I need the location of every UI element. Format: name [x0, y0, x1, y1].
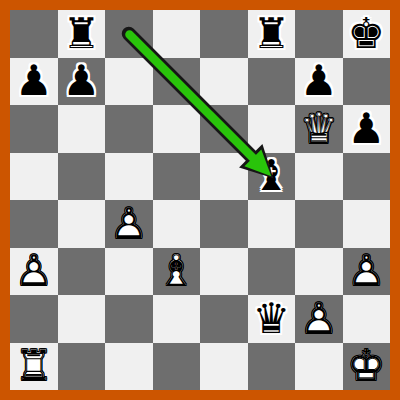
- pawn-glyph: ♟: [58, 58, 106, 106]
- square-c1[interactable]: [105, 343, 153, 391]
- square-h2[interactable]: [343, 295, 391, 343]
- chess-board[interactable]: ♜♜♚♟♟♟♛♕♟♝♟♙♟♙♝♗♟♙♛♟♙♜♖♚♔: [10, 10, 390, 390]
- white-pawn[interactable]: ♟♙: [105, 200, 153, 248]
- square-g6[interactable]: ♛♕: [295, 105, 343, 153]
- square-e4[interactable]: [200, 200, 248, 248]
- square-g7[interactable]: ♟: [295, 58, 343, 106]
- board-frame: ♜♜♚♟♟♟♛♕♟♝♟♙♟♙♝♗♟♙♛♟♙♜♖♚♔: [0, 0, 400, 400]
- square-b1[interactable]: [58, 343, 106, 391]
- king-outline-glyph: ♔: [343, 343, 391, 391]
- pawn-glyph: ♟: [295, 58, 343, 106]
- square-f5[interactable]: ♝: [248, 153, 296, 201]
- square-f1[interactable]: [248, 343, 296, 391]
- square-g2[interactable]: ♟♙: [295, 295, 343, 343]
- square-f7[interactable]: [248, 58, 296, 106]
- square-a6[interactable]: [10, 105, 58, 153]
- square-d5[interactable]: [153, 153, 201, 201]
- white-pawn[interactable]: ♟♙: [343, 248, 391, 296]
- square-b6[interactable]: [58, 105, 106, 153]
- square-g1[interactable]: [295, 343, 343, 391]
- square-f6[interactable]: [248, 105, 296, 153]
- square-d2[interactable]: [153, 295, 201, 343]
- square-d1[interactable]: [153, 343, 201, 391]
- square-g4[interactable]: [295, 200, 343, 248]
- square-c4[interactable]: ♟♙: [105, 200, 153, 248]
- square-h6[interactable]: ♟: [343, 105, 391, 153]
- square-c8[interactable]: [105, 10, 153, 58]
- square-h8[interactable]: ♚: [343, 10, 391, 58]
- black-rook[interactable]: ♜: [58, 10, 106, 58]
- black-pawn[interactable]: ♟: [10, 58, 58, 106]
- queen-outline-glyph: ♕: [295, 105, 343, 153]
- square-e2[interactable]: [200, 295, 248, 343]
- square-a2[interactable]: [10, 295, 58, 343]
- square-a3[interactable]: ♟♙: [10, 248, 58, 296]
- square-f4[interactable]: [248, 200, 296, 248]
- square-b2[interactable]: [58, 295, 106, 343]
- pawn-outline-glyph: ♙: [105, 200, 153, 248]
- square-d6[interactable]: [153, 105, 201, 153]
- pawn-outline-glyph: ♙: [10, 248, 58, 296]
- square-g5[interactable]: [295, 153, 343, 201]
- queen-glyph: ♛: [248, 295, 296, 343]
- square-e7[interactable]: [200, 58, 248, 106]
- square-d3[interactable]: ♝♗: [153, 248, 201, 296]
- square-h7[interactable]: [343, 58, 391, 106]
- black-queen[interactable]: ♛: [248, 295, 296, 343]
- square-b5[interactable]: [58, 153, 106, 201]
- white-king[interactable]: ♚♔: [343, 343, 391, 391]
- black-pawn[interactable]: ♟: [343, 105, 391, 153]
- square-d8[interactable]: [153, 10, 201, 58]
- square-g3[interactable]: [295, 248, 343, 296]
- square-a8[interactable]: [10, 10, 58, 58]
- black-pawn[interactable]: ♟: [295, 58, 343, 106]
- square-h5[interactable]: [343, 153, 391, 201]
- king-glyph: ♚: [343, 10, 391, 58]
- square-a7[interactable]: ♟: [10, 58, 58, 106]
- square-b8[interactable]: ♜: [58, 10, 106, 58]
- square-b3[interactable]: [58, 248, 106, 296]
- black-king[interactable]: ♚: [343, 10, 391, 58]
- pawn-outline-glyph: ♙: [295, 295, 343, 343]
- rook-glyph: ♜: [248, 10, 296, 58]
- square-c7[interactable]: [105, 58, 153, 106]
- square-f2[interactable]: ♛: [248, 295, 296, 343]
- square-c5[interactable]: [105, 153, 153, 201]
- square-b7[interactable]: ♟: [58, 58, 106, 106]
- white-rook[interactable]: ♜♖: [10, 343, 58, 391]
- bishop-outline-glyph: ♗: [153, 248, 201, 296]
- square-f3[interactable]: [248, 248, 296, 296]
- white-pawn[interactable]: ♟♙: [295, 295, 343, 343]
- square-c2[interactable]: [105, 295, 153, 343]
- white-queen[interactable]: ♛♕: [295, 105, 343, 153]
- square-d7[interactable]: [153, 58, 201, 106]
- square-d4[interactable]: [153, 200, 201, 248]
- square-b4[interactable]: [58, 200, 106, 248]
- black-rook[interactable]: ♜: [248, 10, 296, 58]
- rook-outline-glyph: ♖: [10, 343, 58, 391]
- square-e5[interactable]: [200, 153, 248, 201]
- square-e3[interactable]: [200, 248, 248, 296]
- black-pawn[interactable]: ♟: [58, 58, 106, 106]
- pawn-glyph: ♟: [10, 58, 58, 106]
- square-c3[interactable]: [105, 248, 153, 296]
- square-a4[interactable]: [10, 200, 58, 248]
- square-e6[interactable]: [200, 105, 248, 153]
- square-a5[interactable]: [10, 153, 58, 201]
- black-bishop[interactable]: ♝: [248, 153, 296, 201]
- pawn-glyph: ♟: [343, 105, 391, 153]
- square-a1[interactable]: ♜♖: [10, 343, 58, 391]
- white-bishop[interactable]: ♝♗: [153, 248, 201, 296]
- bishop-glyph: ♝: [248, 153, 296, 201]
- square-e8[interactable]: [200, 10, 248, 58]
- rook-glyph: ♜: [58, 10, 106, 58]
- square-f8[interactable]: ♜: [248, 10, 296, 58]
- square-h1[interactable]: ♚♔: [343, 343, 391, 391]
- square-h3[interactable]: ♟♙: [343, 248, 391, 296]
- square-c6[interactable]: [105, 105, 153, 153]
- square-e1[interactable]: [200, 343, 248, 391]
- white-pawn[interactable]: ♟♙: [10, 248, 58, 296]
- square-h4[interactable]: [343, 200, 391, 248]
- square-g8[interactable]: [295, 10, 343, 58]
- pawn-outline-glyph: ♙: [343, 248, 391, 296]
